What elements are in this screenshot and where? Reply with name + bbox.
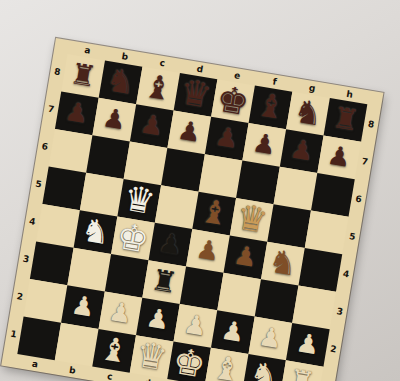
piece-mahogany-rook[interactable]: ♜ <box>68 56 99 94</box>
square-h6[interactable] <box>311 173 355 217</box>
square-d6[interactable] <box>161 148 205 192</box>
piece-white_plastic-knight[interactable]: ♞ <box>78 210 113 252</box>
square-g1[interactable]: ♞ <box>242 354 286 381</box>
square-c1[interactable]: ♝ <box>92 329 136 373</box>
piece-cream-pawn[interactable]: ♟ <box>144 302 172 335</box>
square-c4[interactable]: ♚ <box>111 217 155 261</box>
piece-mahogany-king[interactable]: ♚ <box>214 77 253 123</box>
square-a1[interactable] <box>17 316 61 360</box>
square-b6[interactable] <box>86 135 130 179</box>
square-b4[interactable]: ♞ <box>74 210 118 254</box>
piece-black_plastic-pawn[interactable]: ♟ <box>157 227 185 260</box>
square-d3[interactable]: ♜ <box>142 260 186 304</box>
square-f8[interactable]: ♝ <box>249 85 293 129</box>
piece-cream-pawn[interactable]: ♟ <box>219 315 247 348</box>
square-a5[interactable] <box>42 167 86 211</box>
square-g8[interactable]: ♞ <box>286 92 330 136</box>
piece-cream-knight[interactable]: ♞ <box>247 354 282 381</box>
piece-cream-pawn[interactable]: ♟ <box>294 327 322 360</box>
square-e8[interactable]: ♚ <box>211 79 255 123</box>
piece-mahogany-knight[interactable]: ♞ <box>291 92 326 134</box>
square-e7[interactable]: ♟ <box>205 117 249 161</box>
square-f5[interactable]: ♛ <box>230 198 274 242</box>
square-a7[interactable]: ♟ <box>55 92 99 136</box>
square-f1[interactable]: ♝ <box>205 348 249 381</box>
square-e5[interactable]: ♝ <box>192 192 236 236</box>
square-h2[interactable]: ♟ <box>286 323 330 367</box>
piece-mahogany-pawn[interactable]: ♟ <box>325 140 353 173</box>
piece-cream-bishop[interactable]: ♝ <box>97 329 132 371</box>
square-e4[interactable]: ♟ <box>186 229 230 273</box>
square-a8[interactable]: ♜ <box>61 54 105 98</box>
square-g6[interactable] <box>274 167 318 211</box>
piece-mahogany-pawn[interactable]: ♟ <box>288 133 316 166</box>
square-g4[interactable]: ♞ <box>261 242 305 286</box>
square-d4[interactable]: ♟ <box>149 223 193 267</box>
piece-cream-pawn[interactable]: ♟ <box>257 321 285 354</box>
piece-mahogany-pawn[interactable]: ♟ <box>101 102 129 135</box>
square-d1[interactable]: ♛ <box>130 335 174 379</box>
square-a3[interactable] <box>30 242 74 286</box>
piece-cream-pawn[interactable]: ♟ <box>69 289 97 322</box>
piece-walnut-bishop[interactable]: ♝ <box>197 191 232 233</box>
piece-mahogany-pawn[interactable]: ♟ <box>138 108 166 141</box>
square-f4[interactable]: ♟ <box>224 235 268 279</box>
square-a6[interactable] <box>49 129 93 173</box>
piece-mahogany-queen[interactable]: ♛ <box>177 72 215 117</box>
square-h5[interactable] <box>305 210 349 254</box>
square-g3[interactable] <box>255 279 299 323</box>
piece-cream-rook[interactable]: ♜ <box>286 362 317 381</box>
chess-board: abcdefgh abcdefgh 87654321 87654321 ♜♞♝♛… <box>1 38 383 381</box>
chess-board-wrap: abcdefgh abcdefgh 87654321 87654321 ♜♞♝♛… <box>1 38 383 381</box>
piece-mahogany-pawn[interactable]: ♟ <box>213 121 241 154</box>
square-f7[interactable]: ♟ <box>242 123 286 167</box>
piece-mahogany-bishop[interactable]: ♝ <box>253 85 288 127</box>
square-h3[interactable] <box>292 285 336 329</box>
square-g7[interactable]: ♟ <box>280 129 324 173</box>
piece-mahogany-rook[interactable]: ♜ <box>330 100 361 138</box>
square-h8[interactable]: ♜ <box>324 98 368 142</box>
piece-cream-king[interactable]: ♚ <box>170 340 209 381</box>
piece-tan-queen[interactable]: ♛ <box>233 196 271 241</box>
piece-mahogany-knight[interactable]: ♞ <box>103 60 138 102</box>
square-b2[interactable]: ♟ <box>61 285 105 329</box>
piece-mahogany-pawn[interactable]: ♟ <box>175 115 203 148</box>
piece-black_plastic-rook[interactable]: ♜ <box>149 262 180 300</box>
piece-walnut-pawn[interactable]: ♟ <box>232 240 260 273</box>
board-grid: ♜♞♝♛♚♝♞♜♟♟♟♟♟♟♟♟♛♝♛♞♚♟♟♟♞♜♟♟♟♟♟♟♟♝♛♚♝♞♜ <box>17 54 367 381</box>
square-d7[interactable]: ♟ <box>167 110 211 154</box>
square-c7[interactable]: ♟ <box>130 104 174 148</box>
piece-mahogany-bishop[interactable]: ♝ <box>141 66 176 108</box>
square-b7[interactable]: ♟ <box>92 98 136 142</box>
square-f3[interactable] <box>217 273 261 317</box>
square-h4[interactable] <box>298 248 342 292</box>
piece-cream-pawn[interactable]: ♟ <box>182 308 210 341</box>
square-a2[interactable] <box>24 279 68 323</box>
piece-walnut-knight[interactable]: ♞ <box>266 241 301 283</box>
square-a4[interactable] <box>36 204 80 248</box>
piece-cream-bishop[interactable]: ♝ <box>209 348 244 381</box>
square-h7[interactable]: ♟ <box>317 136 361 180</box>
square-d8[interactable]: ♛ <box>174 73 218 117</box>
square-e1[interactable]: ♚ <box>167 342 211 381</box>
piece-mahogany-pawn[interactable]: ♟ <box>63 96 91 129</box>
square-c3[interactable] <box>105 254 149 298</box>
piece-white_plastic-king[interactable]: ♚ <box>114 215 153 261</box>
square-c8[interactable]: ♝ <box>136 67 180 111</box>
square-b8[interactable]: ♞ <box>99 60 143 104</box>
square-e3[interactable] <box>180 267 224 311</box>
square-d5[interactable] <box>155 185 199 229</box>
photo-background: abcdefgh abcdefgh 87654321 87654321 ♜♞♝♛… <box>0 0 400 381</box>
piece-mahogany-pawn[interactable]: ♟ <box>250 127 278 160</box>
square-b3[interactable] <box>67 248 111 292</box>
piece-cream-pawn[interactable]: ♟ <box>107 296 135 329</box>
piece-cream-queen[interactable]: ♛ <box>133 334 171 379</box>
square-b1[interactable] <box>55 323 99 367</box>
piece-walnut-pawn[interactable]: ♟ <box>194 233 222 266</box>
